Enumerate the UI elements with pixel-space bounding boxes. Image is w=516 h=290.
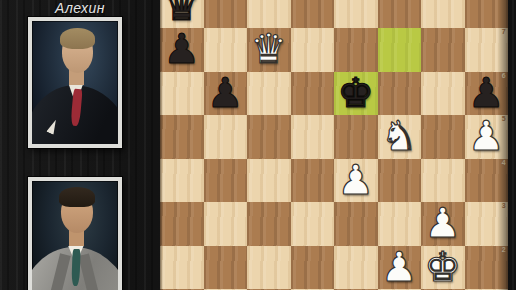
black-king[interactable]: ♚ — [337, 72, 374, 116]
square-a3[interactable] — [160, 202, 204, 246]
player-name-label: Алехин — [0, 0, 160, 17]
square-g5[interactable] — [421, 115, 465, 159]
square-d8[interactable] — [291, 0, 335, 28]
square-h3[interactable]: 3 — [465, 202, 509, 246]
square-f2[interactable]: ♟ — [378, 246, 422, 290]
square-a6[interactable] — [160, 72, 204, 116]
square-e3[interactable] — [334, 202, 378, 246]
rank-label-6: 6 — [502, 72, 506, 80]
rank-label-7: 7 — [502, 28, 506, 36]
square-d5[interactable] — [291, 115, 335, 159]
hair-shape — [59, 187, 95, 207]
square-h2[interactable]: 2 — [465, 246, 509, 290]
rank-label-5: 5 — [502, 115, 506, 123]
square-c3[interactable] — [247, 202, 291, 246]
square-c7[interactable]: ♛ — [247, 28, 291, 72]
square-e4[interactable]: ♟ — [334, 159, 378, 203]
square-h5[interactable]: 5♟ — [465, 115, 509, 159]
white-pawn[interactable]: ♟ — [381, 246, 418, 290]
square-h7[interactable]: 7 — [465, 28, 509, 72]
square-d7[interactable] — [291, 28, 335, 72]
square-a7[interactable]: ♟ — [160, 28, 204, 72]
square-d4[interactable] — [291, 159, 335, 203]
capablanca-photo — [32, 181, 118, 290]
rank-label-3: 3 — [502, 202, 506, 210]
square-b7[interactable] — [204, 28, 248, 72]
square-d2[interactable] — [291, 246, 335, 290]
square-c5[interactable] — [247, 115, 291, 159]
black-pawn[interactable]: ♟ — [163, 28, 200, 72]
square-e5[interactable] — [334, 115, 378, 159]
square-e8[interactable] — [334, 0, 378, 28]
square-b2[interactable] — [204, 246, 248, 290]
rank-label-2: 2 — [502, 246, 506, 254]
square-f8[interactable] — [378, 0, 422, 28]
square-f5[interactable]: ♞ — [378, 115, 422, 159]
hair-shape — [60, 28, 94, 49]
white-pawn[interactable]: ♟ — [468, 115, 505, 159]
square-a5[interactable] — [160, 115, 204, 159]
white-king[interactable]: ♚ — [424, 246, 461, 290]
square-c2[interactable] — [247, 246, 291, 290]
square-g6[interactable] — [421, 72, 465, 116]
square-c4[interactable] — [247, 159, 291, 203]
white-pawn[interactable]: ♟ — [337, 159, 374, 203]
square-b3[interactable] — [204, 202, 248, 246]
square-a4[interactable] — [160, 159, 204, 203]
square-b6[interactable]: ♟ — [204, 72, 248, 116]
square-a8[interactable]: ♛ — [160, 0, 204, 28]
square-c6[interactable] — [247, 72, 291, 116]
square-e2[interactable] — [334, 246, 378, 290]
square-d6[interactable] — [291, 72, 335, 116]
white-knight[interactable]: ♞ — [381, 115, 418, 159]
square-f7[interactable] — [378, 28, 422, 72]
square-g7[interactable] — [421, 28, 465, 72]
square-h4[interactable]: 4 — [465, 159, 509, 203]
square-g8[interactable] — [421, 0, 465, 28]
square-c8[interactable] — [247, 0, 291, 28]
square-b4[interactable] — [204, 159, 248, 203]
square-g2[interactable]: ♚ — [421, 246, 465, 290]
square-g4[interactable] — [421, 159, 465, 203]
square-a2[interactable] — [160, 246, 204, 290]
square-d3[interactable] — [291, 202, 335, 246]
alekhine-portrait — [28, 17, 122, 148]
square-e7[interactable] — [334, 28, 378, 72]
square-h8[interactable] — [465, 0, 509, 28]
alekhine-photo — [32, 21, 118, 144]
square-b8[interactable] — [204, 0, 248, 28]
black-pawn[interactable]: ♟ — [468, 72, 505, 116]
black-pawn[interactable]: ♟ — [207, 72, 244, 116]
chessboard: ♛♟♛7♟♚6♟♞5♟♟4♟3♟♚2 — [160, 0, 508, 290]
square-b5[interactable] — [204, 115, 248, 159]
white-pawn[interactable]: ♟ — [424, 202, 461, 246]
square-f4[interactable] — [378, 159, 422, 203]
rank-label-4: 4 — [502, 159, 506, 167]
video-frame: Алехин ♛♟♛7♟♚6♟♞5♟♟4♟3♟♚2 — [0, 0, 516, 290]
square-g3[interactable]: ♟ — [421, 202, 465, 246]
capablanca-portrait — [28, 177, 122, 290]
white-queen[interactable]: ♛ — [250, 28, 287, 72]
square-h6[interactable]: 6♟ — [465, 72, 509, 116]
black-queen[interactable]: ♛ — [163, 0, 200, 28]
square-f3[interactable] — [378, 202, 422, 246]
square-e6[interactable]: ♚ — [334, 72, 378, 116]
square-f6[interactable] — [378, 72, 422, 116]
